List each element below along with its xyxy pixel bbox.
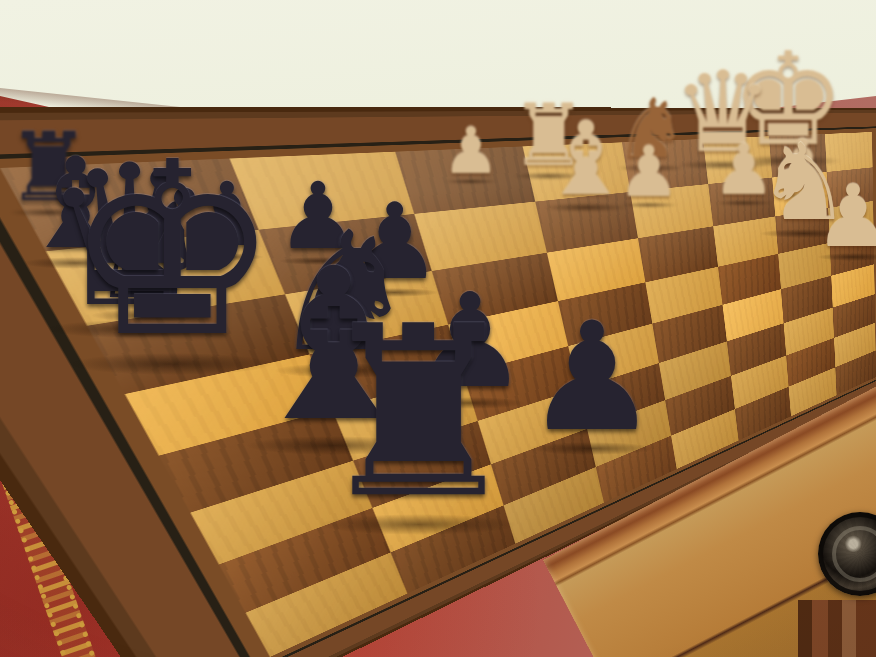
table-leg (798, 600, 876, 657)
chess-photo-scene: ♜♝♟♟♞♛♟♚♞♝♟♜♟♟♜♝♞♟♛♟♚♟♞♟ (0, 0, 876, 657)
white-bishop-d2[interactable]: ♝ (535, 108, 637, 210)
white-pawn-h4[interactable]: ♟ (810, 173, 876, 259)
black-pawn-d6[interactable]: ♟ (517, 302, 667, 452)
black-rook-b7[interactable]: ♜ (301, 295, 536, 530)
white-pawn-c1[interactable]: ♟ (439, 119, 503, 183)
